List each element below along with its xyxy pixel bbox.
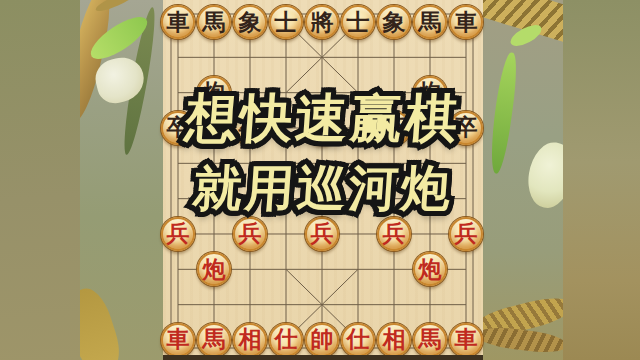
piece-black-卒[interactable]: 卒 (449, 111, 483, 145)
piece-red-相[interactable]: 相 (377, 323, 411, 357)
piece-red-炮[interactable]: 炮 (413, 252, 447, 286)
background-right-photo (483, 0, 563, 360)
piece-black-車[interactable]: 車 (449, 5, 483, 39)
xiangqi-board[interactable]: 車馬象士將士象馬車炮炮卒卒卒卒卒兵兵兵兵兵炮炮車馬相仕帥仕相馬車 (163, 0, 483, 360)
wheat-bottom-right-2 (483, 325, 563, 355)
piece-black-車[interactable]: 車 (161, 5, 195, 39)
piece-red-仕[interactable]: 仕 (269, 323, 303, 357)
green-stem-right (487, 51, 521, 174)
piece-black-馬[interactable]: 馬 (197, 5, 231, 39)
background-right-blur (563, 0, 640, 360)
piece-red-相[interactable]: 相 (233, 323, 267, 357)
piece-red-兵[interactable]: 兵 (305, 217, 339, 251)
piece-black-卒[interactable]: 卒 (377, 111, 411, 145)
background-left-photo (80, 0, 163, 360)
piece-red-車[interactable]: 車 (449, 323, 483, 357)
piece-red-炮[interactable]: 炮 (197, 252, 231, 286)
piece-black-士[interactable]: 士 (269, 5, 303, 39)
piece-red-兵[interactable]: 兵 (233, 217, 267, 251)
piece-black-象[interactable]: 象 (233, 5, 267, 39)
piece-black-馬[interactable]: 馬 (413, 5, 447, 39)
piece-black-炮[interactable]: 炮 (197, 76, 231, 110)
board-bottom-edge (163, 355, 483, 360)
piece-black-卒[interactable]: 卒 (161, 111, 195, 145)
piece-red-兵[interactable]: 兵 (377, 217, 411, 251)
piece-black-卒[interactable]: 卒 (233, 111, 267, 145)
white-flower-right (524, 139, 563, 211)
piece-red-車[interactable]: 車 (161, 323, 195, 357)
gold-grass-bottom-left (80, 284, 126, 360)
piece-black-炮[interactable]: 炮 (413, 76, 447, 110)
piece-red-仕[interactable]: 仕 (341, 323, 375, 357)
video-frame: 車馬象士將士象馬車炮炮卒卒卒卒卒兵兵兵兵兵炮炮車馬相仕帥仕相馬車 想快速赢棋 想… (0, 0, 640, 360)
piece-red-馬[interactable]: 馬 (413, 323, 447, 357)
piece-red-帥[interactable]: 帥 (305, 323, 339, 357)
background-left-blur (0, 0, 80, 360)
piece-red-兵[interactable]: 兵 (161, 217, 195, 251)
piece-black-卒[interactable]: 卒 (305, 111, 339, 145)
piece-black-將[interactable]: 將 (305, 5, 339, 39)
piece-red-馬[interactable]: 馬 (197, 323, 231, 357)
piece-black-象[interactable]: 象 (377, 5, 411, 39)
piece-black-士[interactable]: 士 (341, 5, 375, 39)
board-grid (163, 0, 483, 360)
piece-red-兵[interactable]: 兵 (449, 217, 483, 251)
